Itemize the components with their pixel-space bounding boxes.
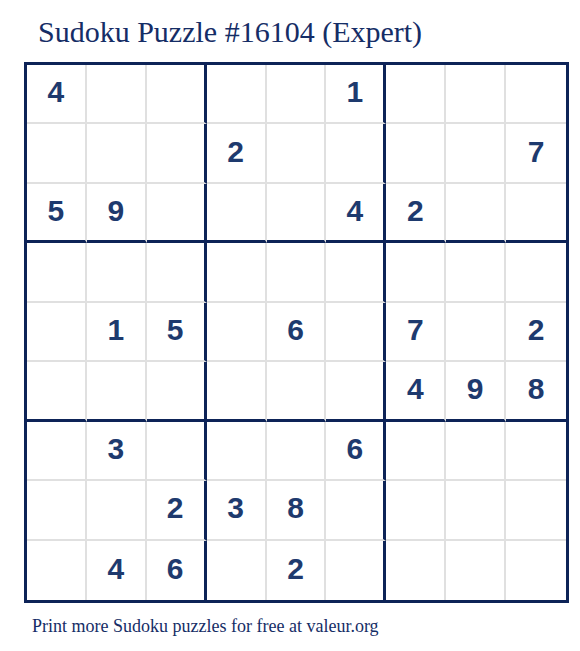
cell-r9c1 bbox=[27, 541, 87, 600]
cell-r7c5 bbox=[267, 422, 327, 481]
cell-r6c7: 4 bbox=[386, 362, 446, 421]
cell-r1c7 bbox=[386, 65, 446, 124]
cell-r2c3 bbox=[147, 124, 207, 183]
cell-r5c9: 2 bbox=[506, 303, 566, 362]
cell-r9c8 bbox=[446, 541, 506, 600]
cell-r1c3 bbox=[147, 65, 207, 124]
cell-r4c7 bbox=[386, 243, 446, 302]
cell-r2c5 bbox=[267, 124, 327, 183]
cell-r5c3: 5 bbox=[147, 303, 207, 362]
cell-r4c8 bbox=[446, 243, 506, 302]
cell-r6c1 bbox=[27, 362, 87, 421]
cell-r6c9: 8 bbox=[506, 362, 566, 421]
cell-r7c7 bbox=[386, 422, 446, 481]
cell-r2c7 bbox=[386, 124, 446, 183]
cell-r1c1: 4 bbox=[27, 65, 87, 124]
cell-r5c6 bbox=[326, 303, 386, 362]
cell-r9c2: 4 bbox=[87, 541, 147, 600]
cell-r3c9 bbox=[506, 184, 566, 243]
cell-r8c5: 8 bbox=[267, 481, 327, 540]
cell-r4c2 bbox=[87, 243, 147, 302]
cell-r4c9 bbox=[506, 243, 566, 302]
cell-r4c4 bbox=[207, 243, 267, 302]
cell-r3c8 bbox=[446, 184, 506, 243]
cell-r3c2: 9 bbox=[87, 184, 147, 243]
cell-r6c2 bbox=[87, 362, 147, 421]
cell-r5c1 bbox=[27, 303, 87, 362]
cell-r6c5 bbox=[267, 362, 327, 421]
cell-r2c4: 2 bbox=[207, 124, 267, 183]
cell-r3c3 bbox=[147, 184, 207, 243]
cell-r1c9 bbox=[506, 65, 566, 124]
cell-r7c8 bbox=[446, 422, 506, 481]
cell-r7c3 bbox=[147, 422, 207, 481]
cell-r3c1: 5 bbox=[27, 184, 87, 243]
cell-r9c5: 2 bbox=[267, 541, 327, 600]
cell-r8c1 bbox=[27, 481, 87, 540]
cell-r4c3 bbox=[147, 243, 207, 302]
cell-r1c4 bbox=[207, 65, 267, 124]
cell-r5c2: 1 bbox=[87, 303, 147, 362]
cell-r5c4 bbox=[207, 303, 267, 362]
cell-r2c2 bbox=[87, 124, 147, 183]
cell-r9c9 bbox=[506, 541, 566, 600]
sudoku-print-page: Sudoku Puzzle #16104 (Expert) 4127594215… bbox=[0, 0, 580, 651]
cell-r2c6 bbox=[326, 124, 386, 183]
cell-r5c7: 7 bbox=[386, 303, 446, 362]
cell-r9c7 bbox=[386, 541, 446, 600]
cell-r6c6 bbox=[326, 362, 386, 421]
cell-r5c8 bbox=[446, 303, 506, 362]
cell-r7c2: 3 bbox=[87, 422, 147, 481]
cell-r2c1 bbox=[27, 124, 87, 183]
cell-r1c6: 1 bbox=[326, 65, 386, 124]
cell-r3c5 bbox=[267, 184, 327, 243]
footer-text: Print more Sudoku puzzles for free at va… bbox=[32, 616, 379, 637]
cell-r8c7 bbox=[386, 481, 446, 540]
cell-r8c9 bbox=[506, 481, 566, 540]
cell-r2c8 bbox=[446, 124, 506, 183]
sudoku-board: 412759421567249836238462 bbox=[24, 62, 569, 603]
cell-r5c5: 6 bbox=[267, 303, 327, 362]
cell-r3c6: 4 bbox=[326, 184, 386, 243]
cell-r8c3: 2 bbox=[147, 481, 207, 540]
cell-r1c2 bbox=[87, 65, 147, 124]
cell-r2c9: 7 bbox=[506, 124, 566, 183]
cell-r4c6 bbox=[326, 243, 386, 302]
cell-r3c4 bbox=[207, 184, 267, 243]
cell-r9c4 bbox=[207, 541, 267, 600]
cell-r8c2 bbox=[87, 481, 147, 540]
cell-r1c5 bbox=[267, 65, 327, 124]
page-title: Sudoku Puzzle #16104 (Expert) bbox=[38, 15, 422, 48]
cell-r4c5 bbox=[267, 243, 327, 302]
cell-r1c8 bbox=[446, 65, 506, 124]
cell-r3c7: 2 bbox=[386, 184, 446, 243]
cell-r9c6 bbox=[326, 541, 386, 600]
cell-r4c1 bbox=[27, 243, 87, 302]
cell-r8c4: 3 bbox=[207, 481, 267, 540]
cell-r7c1 bbox=[27, 422, 87, 481]
cell-r9c3: 6 bbox=[147, 541, 207, 600]
cell-r7c9 bbox=[506, 422, 566, 481]
cell-r8c8 bbox=[446, 481, 506, 540]
cell-r8c6 bbox=[326, 481, 386, 540]
cell-r6c8: 9 bbox=[446, 362, 506, 421]
cell-r6c3 bbox=[147, 362, 207, 421]
cell-r7c4 bbox=[207, 422, 267, 481]
cell-r6c4 bbox=[207, 362, 267, 421]
cell-r7c6: 6 bbox=[326, 422, 386, 481]
